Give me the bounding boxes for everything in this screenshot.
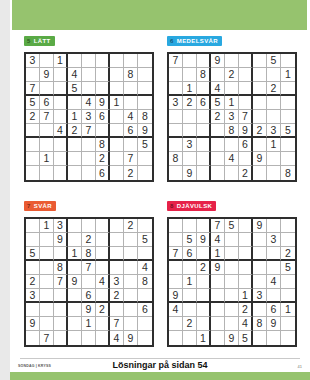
sudoku-cell bbox=[54, 68, 68, 82]
sudoku-cell bbox=[54, 110, 68, 124]
sudoku-cell bbox=[211, 289, 225, 303]
difficulty-label: MEDELSVÅR bbox=[177, 38, 218, 44]
sudoku-cell bbox=[40, 166, 54, 180]
sudoku-cell bbox=[40, 289, 54, 303]
sudoku-cell: 7 bbox=[110, 317, 124, 331]
sudoku-cell: 8 bbox=[96, 138, 110, 152]
sudoku-cell bbox=[124, 54, 138, 68]
sudoku-cell: 8 bbox=[138, 275, 152, 289]
sudoku-cell bbox=[267, 110, 281, 124]
sudoku-cell bbox=[281, 219, 295, 233]
sudoku-cell: 1 bbox=[267, 138, 281, 152]
sudoku-cell bbox=[68, 303, 82, 317]
sudoku-cell: 2 bbox=[281, 247, 295, 261]
sudoku-cell bbox=[169, 317, 183, 331]
sudoku-cell bbox=[110, 152, 124, 166]
sudoku-cell bbox=[54, 247, 68, 261]
sudoku-cell: 4 bbox=[225, 152, 239, 166]
sudoku-cell bbox=[138, 219, 152, 233]
sudoku-cell: 2 bbox=[253, 124, 267, 138]
sudoku-cell bbox=[183, 303, 197, 317]
sudoku-cell bbox=[138, 82, 152, 96]
sudoku-cell bbox=[110, 261, 124, 275]
sudoku-cell: 8 bbox=[169, 152, 183, 166]
sudoku-cell bbox=[225, 166, 239, 180]
sudoku-cell: 9 bbox=[169, 289, 183, 303]
sudoku-cell bbox=[197, 138, 211, 152]
sudoku-cell bbox=[197, 54, 211, 68]
puzzle-number: 7 bbox=[27, 203, 31, 209]
sudoku-cell bbox=[96, 331, 110, 345]
sudoku-cell bbox=[54, 152, 68, 166]
sudoku-cell: 8 bbox=[253, 317, 267, 331]
sudoku-cell: 6 bbox=[124, 124, 138, 138]
sudoku-cell: 3 bbox=[267, 124, 281, 138]
sudoku-cell bbox=[267, 289, 281, 303]
sudoku-cell bbox=[225, 247, 239, 261]
sudoku-cell: 5 bbox=[138, 138, 152, 152]
sudoku-cell bbox=[96, 82, 110, 96]
sudoku-cell bbox=[68, 54, 82, 68]
sudoku-cell bbox=[40, 82, 54, 96]
sudoku-cell bbox=[225, 82, 239, 96]
sudoku-cell bbox=[124, 96, 138, 110]
sudoku-cell: 4 bbox=[54, 124, 68, 138]
sudoku-cell bbox=[239, 233, 253, 247]
sudoku-cell bbox=[82, 152, 96, 166]
sudoku-cell: 9 bbox=[124, 331, 138, 345]
sudoku-cell bbox=[169, 166, 183, 180]
sudoku-cell bbox=[197, 166, 211, 180]
sudoku-cell bbox=[26, 124, 40, 138]
sudoku-cell: 7 bbox=[124, 152, 138, 166]
sudoku-cell bbox=[197, 303, 211, 317]
sudoku-cell bbox=[54, 82, 68, 96]
sudoku-cell bbox=[40, 275, 54, 289]
sudoku-cell: 5 bbox=[68, 82, 82, 96]
sudoku-cell: 5 bbox=[183, 233, 197, 247]
sudoku-cell: 9 bbox=[68, 275, 82, 289]
sudoku-cell bbox=[96, 233, 110, 247]
sudoku-cell bbox=[26, 138, 40, 152]
sudoku-cell bbox=[40, 303, 54, 317]
sudoku-cell: 3 bbox=[54, 219, 68, 233]
sudoku-cell bbox=[26, 152, 40, 166]
puzzle-number: 6 bbox=[170, 38, 174, 44]
sudoku-cell bbox=[124, 82, 138, 96]
difficulty-badge-devilish: 8 DJÄVULSK bbox=[167, 201, 216, 211]
sudoku-cell bbox=[82, 68, 96, 82]
sudoku-cell: 6 bbox=[239, 138, 253, 152]
sudoku-cell: 4 bbox=[239, 317, 253, 331]
sudoku-cell: 4 bbox=[124, 110, 138, 124]
sudoku-cell: 1 bbox=[110, 96, 124, 110]
difficulty-label: SVÅR bbox=[34, 203, 52, 209]
sudoku-cell bbox=[267, 219, 281, 233]
sudoku-cell bbox=[197, 275, 211, 289]
sudoku-cell: 1 bbox=[40, 152, 54, 166]
sudoku-cell: 8 bbox=[124, 68, 138, 82]
sudoku-cell bbox=[197, 110, 211, 124]
puzzle-easy: 5 LÄTT 3194875564912713648427698512762 bbox=[24, 36, 154, 182]
sudoku-cell: 7 bbox=[169, 247, 183, 261]
sudoku-cell bbox=[253, 275, 267, 289]
sudoku-cell bbox=[253, 331, 267, 345]
sudoku-cell: 9 bbox=[54, 233, 68, 247]
solutions-text: Lösningar på sidan 54 bbox=[10, 360, 310, 370]
sudoku-cell bbox=[54, 317, 68, 331]
footer-divider bbox=[20, 358, 300, 359]
sudoku-cell bbox=[239, 219, 253, 233]
sudoku-cell bbox=[225, 303, 239, 317]
sudoku-cell: 7 bbox=[211, 219, 225, 233]
sudoku-cell bbox=[169, 331, 183, 345]
sudoku-cell bbox=[124, 289, 138, 303]
sudoku-cell bbox=[225, 289, 239, 303]
sudoku-cell bbox=[54, 303, 68, 317]
sudoku-cell bbox=[26, 331, 40, 345]
sudoku-cell: 2 bbox=[96, 152, 110, 166]
sudoku-cell bbox=[281, 138, 295, 152]
sudoku-cell bbox=[281, 317, 295, 331]
sudoku-cell bbox=[281, 54, 295, 68]
sudoku-cell bbox=[110, 233, 124, 247]
sudoku-cell bbox=[110, 303, 124, 317]
puzzle-medium: 6 MEDELSVÅR 7958211423265123789235361849… bbox=[167, 36, 297, 182]
sudoku-cell bbox=[253, 303, 267, 317]
sudoku-cell: 8 bbox=[82, 247, 96, 261]
sudoku-cell bbox=[183, 261, 197, 275]
difficulty-label: LÄTT bbox=[34, 38, 51, 44]
sudoku-cell bbox=[197, 317, 211, 331]
sudoku-cell bbox=[211, 331, 225, 345]
sudoku-cell: 7 bbox=[239, 110, 253, 124]
sudoku-cell: 5 bbox=[281, 261, 295, 275]
sudoku-cell bbox=[54, 138, 68, 152]
sudoku-cell bbox=[253, 96, 267, 110]
sudoku-cell: 2 bbox=[26, 275, 40, 289]
sudoku-cell bbox=[225, 275, 239, 289]
sudoku-cell: 2 bbox=[239, 166, 253, 180]
sudoku-cell bbox=[110, 124, 124, 138]
sudoku-cell: 2 bbox=[124, 166, 138, 180]
sudoku-cell bbox=[54, 289, 68, 303]
sudoku-cell bbox=[26, 261, 40, 275]
sudoku-cell bbox=[183, 331, 197, 345]
sudoku-cell: 3 bbox=[110, 275, 124, 289]
sudoku-cell: 5 bbox=[138, 233, 152, 247]
sudoku-cell: 6 bbox=[96, 166, 110, 180]
sudoku-cell: 1 bbox=[211, 247, 225, 261]
sudoku-cell: 4 bbox=[138, 261, 152, 275]
sudoku-board-easy: 3194875564912713648427698512762 bbox=[24, 52, 154, 182]
sudoku-cell: 1 bbox=[68, 247, 82, 261]
sudoku-cell bbox=[183, 219, 197, 233]
sudoku-cell bbox=[211, 275, 225, 289]
sudoku-cell: 2 bbox=[211, 110, 225, 124]
sudoku-cell bbox=[225, 233, 239, 247]
sudoku-cell bbox=[138, 331, 152, 345]
sudoku-cell bbox=[183, 68, 197, 82]
sudoku-cell: 4 bbox=[68, 68, 82, 82]
sudoku-cell: 4 bbox=[169, 303, 183, 317]
sudoku-cell: 6 bbox=[40, 96, 54, 110]
sudoku-cell: 9 bbox=[253, 219, 267, 233]
sudoku-cell: 3 bbox=[253, 289, 267, 303]
sudoku-cell bbox=[96, 317, 110, 331]
sudoku-cell bbox=[183, 289, 197, 303]
sudoku-cell bbox=[197, 289, 211, 303]
sudoku-cell: 5 bbox=[26, 247, 40, 261]
sudoku-cell bbox=[239, 152, 253, 166]
sudoku-cell: 2 bbox=[267, 82, 281, 96]
sudoku-cell: 3 bbox=[169, 96, 183, 110]
sudoku-cell bbox=[54, 166, 68, 180]
sudoku-cell: 2 bbox=[183, 317, 197, 331]
sudoku-cell: 3 bbox=[26, 54, 40, 68]
sudoku-cell: 3 bbox=[183, 138, 197, 152]
sudoku-cell bbox=[169, 261, 183, 275]
sudoku-cell: 2 bbox=[225, 68, 239, 82]
sudoku-cell: 6 bbox=[197, 96, 211, 110]
sudoku-cell bbox=[26, 303, 40, 317]
sudoku-cell bbox=[96, 124, 110, 138]
sudoku-cell bbox=[138, 96, 152, 110]
sudoku-cell bbox=[68, 261, 82, 275]
sudoku-cell: 1 bbox=[281, 303, 295, 317]
sudoku-cell bbox=[40, 317, 54, 331]
sudoku-cell bbox=[281, 331, 295, 345]
sudoku-cell bbox=[239, 261, 253, 275]
sudoku-cell: 8 bbox=[138, 110, 152, 124]
puzzle-hard: 7 SVÅR 132925518874279438362926917749 bbox=[24, 201, 154, 347]
sudoku-cell bbox=[267, 247, 281, 261]
sudoku-cell bbox=[169, 82, 183, 96]
sudoku-cell bbox=[211, 303, 225, 317]
sudoku-cell bbox=[68, 166, 82, 180]
sudoku-magazine-page: 5 LÄTT 3194875564912713648427698512762 6… bbox=[10, 0, 310, 380]
puzzle-number: 5 bbox=[27, 38, 31, 44]
sudoku-cell bbox=[124, 233, 138, 247]
sudoku-cell bbox=[124, 275, 138, 289]
sudoku-cell bbox=[281, 110, 295, 124]
sudoku-cell bbox=[253, 54, 267, 68]
sudoku-cell bbox=[267, 152, 281, 166]
sudoku-cell: 8 bbox=[225, 124, 239, 138]
sudoku-cell: 2 bbox=[96, 303, 110, 317]
sudoku-cell bbox=[96, 289, 110, 303]
sudoku-cell: 1 bbox=[68, 110, 82, 124]
sudoku-cell bbox=[82, 54, 96, 68]
sudoku-cell bbox=[239, 247, 253, 261]
difficulty-label: DJÄVULSK bbox=[177, 203, 213, 209]
sudoku-cell: 3 bbox=[26, 289, 40, 303]
sudoku-cell bbox=[211, 317, 225, 331]
sudoku-cell bbox=[225, 261, 239, 275]
sudoku-cell: 2 bbox=[239, 303, 253, 317]
sudoku-cell bbox=[197, 152, 211, 166]
sudoku-cell bbox=[40, 261, 54, 275]
sudoku-cell bbox=[183, 124, 197, 138]
sudoku-cell: 9 bbox=[211, 54, 225, 68]
sudoku-cell bbox=[197, 247, 211, 261]
sudoku-cell: 2 bbox=[82, 233, 96, 247]
sudoku-cell bbox=[68, 317, 82, 331]
sudoku-cell: 2 bbox=[197, 261, 211, 275]
sudoku-cell bbox=[267, 166, 281, 180]
sudoku-cell bbox=[68, 233, 82, 247]
sudoku-cell bbox=[82, 275, 96, 289]
sudoku-cell: 1 bbox=[183, 82, 197, 96]
sudoku-cell bbox=[138, 289, 152, 303]
sudoku-cell: 9 bbox=[183, 166, 197, 180]
sudoku-cell bbox=[239, 275, 253, 289]
sudoku-cell: 3 bbox=[82, 110, 96, 124]
sudoku-cell bbox=[54, 96, 68, 110]
sudoku-cell bbox=[54, 331, 68, 345]
sudoku-board-devilish: 759594376122951491342612489195 bbox=[167, 217, 297, 347]
sudoku-cell bbox=[96, 54, 110, 68]
sudoku-cell: 7 bbox=[82, 124, 96, 138]
sudoku-cell bbox=[124, 303, 138, 317]
sudoku-cell bbox=[124, 247, 138, 261]
sudoku-cell bbox=[239, 68, 253, 82]
sudoku-cell bbox=[169, 233, 183, 247]
sudoku-cell bbox=[253, 261, 267, 275]
sudoku-cell bbox=[68, 152, 82, 166]
sudoku-cell bbox=[183, 54, 197, 68]
sudoku-cell bbox=[82, 219, 96, 233]
sudoku-cell: 2 bbox=[26, 110, 40, 124]
sudoku-cell bbox=[169, 124, 183, 138]
sudoku-cell: 9 bbox=[211, 261, 225, 275]
sudoku-cell bbox=[169, 68, 183, 82]
sudoku-cell bbox=[253, 110, 267, 124]
sudoku-cell bbox=[68, 219, 82, 233]
sudoku-cell: 9 bbox=[40, 68, 54, 82]
sudoku-cell bbox=[110, 138, 124, 152]
sudoku-cell bbox=[26, 68, 40, 82]
sudoku-cell: 6 bbox=[267, 303, 281, 317]
sudoku-cell: 1 bbox=[197, 331, 211, 345]
sudoku-cell bbox=[169, 138, 183, 152]
sudoku-cell bbox=[169, 275, 183, 289]
sudoku-cell bbox=[124, 317, 138, 331]
sudoku-cell bbox=[183, 152, 197, 166]
sudoku-cell: 5 bbox=[239, 331, 253, 345]
sudoku-cell bbox=[267, 331, 281, 345]
sudoku-cell bbox=[110, 110, 124, 124]
sudoku-cell: 1 bbox=[82, 317, 96, 331]
sudoku-cell: 7 bbox=[26, 82, 40, 96]
sudoku-cell bbox=[281, 82, 295, 96]
sudoku-cell: 2 bbox=[124, 219, 138, 233]
sudoku-cell bbox=[82, 331, 96, 345]
sudoku-cell: 9 bbox=[253, 152, 267, 166]
sudoku-cell: 5 bbox=[225, 219, 239, 233]
sudoku-cell bbox=[253, 82, 267, 96]
sudoku-cell bbox=[239, 54, 253, 68]
sudoku-cell bbox=[40, 247, 54, 261]
sudoku-cell bbox=[211, 138, 225, 152]
sudoku-cell bbox=[253, 166, 267, 180]
sudoku-cell bbox=[82, 82, 96, 96]
sudoku-cell bbox=[110, 247, 124, 261]
sudoku-cell bbox=[281, 275, 295, 289]
sudoku-cell: 4 bbox=[211, 233, 225, 247]
sudoku-cell bbox=[281, 233, 295, 247]
sudoku-cell bbox=[138, 317, 152, 331]
sudoku-cell: 2 bbox=[110, 289, 124, 303]
difficulty-badge-easy: 5 LÄTT bbox=[24, 36, 55, 46]
sudoku-cell bbox=[281, 289, 295, 303]
sudoku-cell bbox=[26, 166, 40, 180]
sudoku-cell bbox=[267, 96, 281, 110]
sudoku-cell: 4 bbox=[211, 82, 225, 96]
sudoku-cell bbox=[124, 261, 138, 275]
sudoku-cell: 7 bbox=[82, 261, 96, 275]
sudoku-cell: 4 bbox=[82, 96, 96, 110]
sudoku-cell: 3 bbox=[267, 233, 281, 247]
sudoku-cell bbox=[96, 261, 110, 275]
sudoku-cell: 6 bbox=[183, 247, 197, 261]
sudoku-cell: 9 bbox=[138, 124, 152, 138]
sudoku-cell: 7 bbox=[40, 331, 54, 345]
sudoku-cell bbox=[68, 289, 82, 303]
sudoku-cell bbox=[197, 124, 211, 138]
sudoku-cell: 7 bbox=[40, 110, 54, 124]
sudoku-cell bbox=[68, 96, 82, 110]
sudoku-cell bbox=[267, 261, 281, 275]
sudoku-cell bbox=[253, 233, 267, 247]
sudoku-cell: 9 bbox=[267, 317, 281, 331]
sudoku-cell: 1 bbox=[225, 96, 239, 110]
difficulty-badge-hard: 7 SVÅR bbox=[24, 201, 56, 211]
sudoku-cell bbox=[253, 138, 267, 152]
sudoku-cell: 1 bbox=[239, 289, 253, 303]
sudoku-cell bbox=[211, 152, 225, 166]
sudoku-cell bbox=[225, 54, 239, 68]
sudoku-cell bbox=[40, 138, 54, 152]
sudoku-cell bbox=[82, 166, 96, 180]
sudoku-cell bbox=[211, 166, 225, 180]
sudoku-cell bbox=[124, 138, 138, 152]
sudoku-cell: 5 bbox=[267, 54, 281, 68]
top-green-band bbox=[12, 0, 307, 30]
sudoku-cell bbox=[110, 54, 124, 68]
sudoku-cell: 4 bbox=[110, 331, 124, 345]
sudoku-cell: 9 bbox=[96, 96, 110, 110]
puzzle-devilish: 8 DJÄVULSK 75959437612295149134261248919… bbox=[167, 201, 297, 347]
sudoku-cell: 8 bbox=[197, 68, 211, 82]
sudoku-cell: 2 bbox=[68, 124, 82, 138]
sudoku-cell bbox=[211, 68, 225, 82]
sudoku-cell bbox=[68, 331, 82, 345]
sudoku-cell: 5 bbox=[211, 96, 225, 110]
sudoku-cell bbox=[281, 152, 295, 166]
sudoku-cell: 4 bbox=[96, 275, 110, 289]
sudoku-cell: 9 bbox=[239, 124, 253, 138]
sudoku-cell: 5 bbox=[26, 96, 40, 110]
sudoku-cell bbox=[138, 152, 152, 166]
sudoku-cell bbox=[110, 82, 124, 96]
sudoku-cell bbox=[169, 110, 183, 124]
sudoku-cell bbox=[110, 68, 124, 82]
sudoku-cell: 9 bbox=[225, 331, 239, 345]
sudoku-cell: 1 bbox=[54, 54, 68, 68]
sudoku-cell bbox=[96, 68, 110, 82]
sudoku-cell bbox=[138, 54, 152, 68]
